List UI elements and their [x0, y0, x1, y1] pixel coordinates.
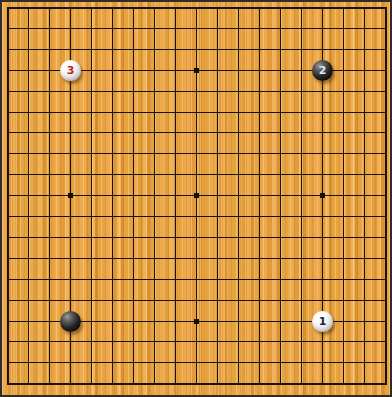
- grid-line-horizontal: [7, 300, 387, 301]
- grid-line-horizontal: [7, 258, 387, 259]
- star-point: [68, 193, 73, 198]
- stone-black-setup: [60, 311, 81, 332]
- stone-white-move-3: 3: [60, 60, 81, 81]
- stone-move-number: 2: [319, 65, 327, 76]
- star-point: [194, 68, 199, 73]
- grid-line-horizontal: [7, 237, 387, 238]
- stone-white-move-1: 1: [312, 311, 333, 332]
- grid-line-vertical: [217, 7, 218, 385]
- star-point: [194, 193, 199, 198]
- grid-line-vertical: [364, 7, 365, 385]
- grid-line-vertical: [385, 7, 387, 385]
- grid-line-vertical: [301, 7, 302, 385]
- grid-line-horizontal: [7, 383, 387, 385]
- grid-line-vertical: [259, 7, 260, 385]
- star-point: [194, 319, 199, 324]
- grid-line-horizontal: [7, 341, 387, 342]
- stone-move-number: 1: [319, 316, 327, 327]
- stone-black-move-2: 2: [312, 60, 333, 81]
- grid-line-horizontal: [7, 362, 387, 363]
- stone-move-number: 3: [67, 65, 75, 76]
- grid-line-vertical: [238, 7, 239, 385]
- grid-line-vertical: [343, 7, 344, 385]
- grid-line-horizontal: [7, 216, 387, 217]
- go-board[interactable]: 123: [0, 0, 392, 397]
- grid-line-vertical: [280, 7, 281, 385]
- grid-line-horizontal: [7, 279, 387, 280]
- star-point: [320, 193, 325, 198]
